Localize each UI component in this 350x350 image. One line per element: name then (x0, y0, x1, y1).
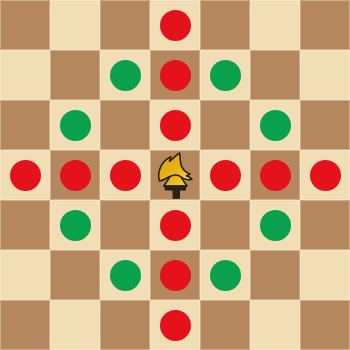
green-move-dot (60, 210, 91, 241)
square-r2c4[interactable] (150, 50, 200, 100)
square-r2c7[interactable] (300, 50, 350, 100)
square-r3c6[interactable] (250, 100, 300, 150)
square-r1c1[interactable] (0, 0, 50, 50)
square-r3c1[interactable] (0, 100, 50, 150)
square-r4c7[interactable] (300, 150, 350, 200)
square-r2c1[interactable] (0, 50, 50, 100)
square-r6c2[interactable] (50, 250, 100, 300)
chancellor-piece[interactable] (156, 152, 194, 199)
green-move-dot (60, 110, 91, 141)
square-r4c5[interactable] (200, 150, 250, 200)
square-r5c5[interactable] (200, 200, 250, 250)
square-r4c1[interactable] (0, 150, 50, 200)
square-r4c2[interactable] (50, 150, 100, 200)
red-move-dot (210, 160, 241, 191)
green-move-dot (260, 110, 291, 141)
green-move-dot (210, 260, 241, 291)
red-move-dot (160, 210, 191, 241)
square-r4c3[interactable] (100, 150, 150, 200)
square-r1c3[interactable] (100, 0, 150, 50)
square-r7c6[interactable] (250, 300, 300, 350)
red-move-dot (60, 160, 91, 191)
square-r6c7[interactable] (300, 250, 350, 300)
green-move-dot (110, 60, 141, 91)
red-move-dot (160, 310, 191, 341)
square-r5c1[interactable] (0, 200, 50, 250)
square-r7c1[interactable] (0, 300, 50, 350)
green-move-dot (260, 210, 291, 241)
red-move-dot (310, 160, 341, 191)
square-r2c5[interactable] (200, 50, 250, 100)
square-r1c6[interactable] (250, 0, 300, 50)
red-move-dot (10, 160, 41, 191)
board (0, 0, 350, 350)
square-r6c3[interactable] (100, 250, 150, 300)
piece-base-stem (165, 186, 186, 198)
square-r2c6[interactable] (250, 50, 300, 100)
red-move-dot (160, 60, 191, 91)
red-move-dot (260, 160, 291, 191)
square-r6c4[interactable] (150, 250, 200, 300)
square-r1c4[interactable] (150, 0, 200, 50)
square-r5c4[interactable] (150, 200, 200, 250)
red-move-dot (110, 160, 141, 191)
square-r5c7[interactable] (300, 200, 350, 250)
square-r2c3[interactable] (100, 50, 150, 100)
square-r4c6[interactable] (250, 150, 300, 200)
green-move-dot (110, 260, 141, 291)
red-move-dot (160, 260, 191, 291)
square-r7c2[interactable] (50, 300, 100, 350)
square-r3c3[interactable] (100, 100, 150, 150)
square-r5c3[interactable] (100, 200, 150, 250)
square-r2c2[interactable] (50, 50, 100, 100)
square-r4c4[interactable] (150, 150, 200, 200)
green-move-dot (210, 60, 241, 91)
square-r1c2[interactable] (50, 0, 100, 50)
square-r7c5[interactable] (200, 300, 250, 350)
square-r6c5[interactable] (200, 250, 250, 300)
square-r7c7[interactable] (300, 300, 350, 350)
square-r3c7[interactable] (300, 100, 350, 150)
square-r6c6[interactable] (250, 250, 300, 300)
square-r1c5[interactable] (200, 0, 250, 50)
square-r5c2[interactable] (50, 200, 100, 250)
red-move-dot (160, 110, 191, 141)
square-r1c7[interactable] (300, 0, 350, 50)
red-move-dot (160, 10, 191, 41)
square-r3c2[interactable] (50, 100, 100, 150)
square-r7c4[interactable] (150, 300, 200, 350)
square-r7c3[interactable] (100, 300, 150, 350)
square-r3c4[interactable] (150, 100, 200, 150)
square-r5c6[interactable] (250, 200, 300, 250)
square-r6c1[interactable] (0, 250, 50, 300)
square-r3c5[interactable] (200, 100, 250, 150)
